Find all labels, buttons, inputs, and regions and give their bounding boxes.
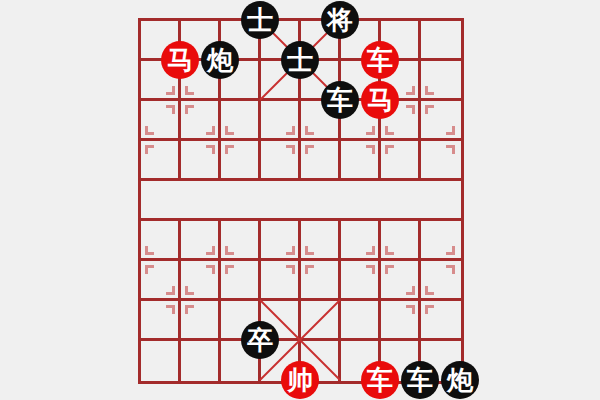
- piece-red-horse[interactable]: 马: [161, 41, 199, 79]
- xiangqi-screenshot: 士将马炮士车车马卒帅车车炮: [0, 0, 600, 400]
- piece-red-chariot[interactable]: 车: [361, 361, 399, 399]
- piece-black-chariot[interactable]: 车: [401, 361, 439, 399]
- piece-black-soldier[interactable]: 卒: [241, 321, 279, 359]
- piece-red-chariot[interactable]: 车: [361, 41, 399, 79]
- xiangqi-board[interactable]: 士将马炮士车车马卒帅车车炮: [0, 0, 600, 400]
- piece-black-general[interactable]: 将: [321, 1, 359, 39]
- piece-black-cannon[interactable]: 炮: [201, 41, 239, 79]
- piece-black-cannon[interactable]: 炮: [441, 361, 479, 399]
- piece-black-advisor[interactable]: 士: [281, 41, 319, 79]
- piece-red-horse[interactable]: 马: [361, 81, 399, 119]
- piece-red-general[interactable]: 帅: [281, 361, 319, 399]
- piece-black-advisor[interactable]: 士: [241, 1, 279, 39]
- piece-black-chariot[interactable]: 车: [321, 81, 359, 119]
